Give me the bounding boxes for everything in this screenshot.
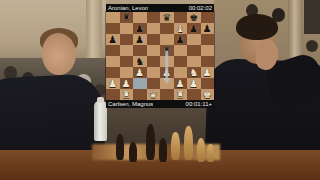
square-g6: [187, 34, 201, 45]
square-d7: [147, 23, 161, 34]
physical-piece-light: [184, 126, 193, 160]
square-a1: [106, 89, 120, 100]
square-a6: ♟: [106, 34, 120, 45]
square-b2: ♟: [120, 78, 134, 89]
square-f7: ♝: [174, 23, 188, 34]
piece-white-p-h3: ♟: [201, 67, 215, 78]
piece-black-k-g8: ♚: [187, 12, 201, 23]
piece-black-p-c6: ♟: [133, 34, 147, 45]
square-c8: [133, 12, 147, 23]
piece-black-p-f6: ♟: [174, 34, 188, 45]
square-d1: ♛: [147, 89, 161, 100]
square-c6: ♟: [133, 34, 147, 45]
square-c5: [133, 45, 147, 56]
square-a2: ♟: [106, 78, 120, 89]
player-left-head: [42, 33, 76, 75]
square-h6: [201, 34, 215, 45]
square-d4: [147, 56, 161, 67]
square-b8: ♜: [120, 12, 134, 23]
piece-black-p-h7: ♟: [201, 23, 215, 34]
top-player-clock: 00:02:02: [189, 4, 212, 12]
square-f1: ♜: [174, 89, 188, 100]
square-c2: [133, 78, 147, 89]
piece-white-r-b1: ♜: [120, 89, 134, 100]
square-f4: [174, 56, 188, 67]
physical-piece-light: [197, 138, 205, 162]
square-a3: [106, 67, 120, 78]
square-e3: ♟: [160, 67, 174, 78]
square-d6: [147, 34, 161, 45]
doorway: [304, 0, 320, 34]
video-frame: Aronian, Levon 00:02:02 ♜♛♚♟♝♟♟♟♟♟♜♞♟♟♞♟…: [0, 0, 320, 180]
physical-piece-dark: [116, 134, 124, 160]
piece-white-p-c3: ♟: [133, 67, 147, 78]
piece-black-p-g7: ♟: [187, 23, 201, 34]
bottom-player-bar: Carlsen, Magnus 00:01:11+: [106, 100, 214, 108]
square-e2: [160, 78, 174, 89]
piece-white-k-h1: ♚: [201, 89, 215, 100]
piece-white-q-d1: ♛: [147, 89, 161, 100]
top-player-name: Aronian, Levon: [108, 4, 148, 12]
piece-white-r-f1: ♜: [174, 89, 188, 100]
square-h5: [201, 45, 215, 56]
square-h2: [201, 78, 215, 89]
square-d2: [147, 78, 161, 89]
square-a4: [106, 56, 120, 67]
square-g2: ♟: [187, 78, 201, 89]
square-b5: [120, 45, 134, 56]
square-b6: [120, 34, 134, 45]
bottom-player-name: Carlsen, Magnus: [108, 100, 153, 108]
square-g3: ♞: [187, 67, 201, 78]
piece-white-p-f2: ♟: [174, 78, 188, 89]
square-f2: ♟: [174, 78, 188, 89]
piece-white-p-g2: ♟: [187, 78, 201, 89]
square-b7: [120, 23, 134, 34]
square-e8: ♛: [160, 12, 174, 23]
square-g8: ♚: [187, 12, 201, 23]
piece-white-p-e3: ♟: [160, 67, 174, 78]
physical-piece-dark: [129, 142, 137, 162]
square-f8: [174, 12, 188, 23]
top-player-bar: Aronian, Levon 00:02:02: [106, 4, 214, 12]
square-h8: [201, 12, 215, 23]
square-b3: [120, 67, 134, 78]
square-e1: [160, 89, 174, 100]
piece-white-n-g3: ♞: [187, 67, 201, 78]
bottom-player-clock: 00:01:11+: [186, 100, 212, 108]
square-g1: [187, 89, 201, 100]
physical-piece-dark: [146, 124, 155, 160]
square-g7: ♟: [187, 23, 201, 34]
square-a5: [106, 45, 120, 56]
water-bottle-cap: [97, 97, 104, 103]
square-e4: [160, 56, 174, 67]
player-right-hair: [236, 14, 278, 40]
square-a7: [106, 23, 120, 34]
square-d3: [147, 67, 161, 78]
square-g4: [187, 56, 201, 67]
square-c7: ♟: [133, 23, 147, 34]
physical-piece-light: [207, 144, 214, 162]
square-h3: ♟: [201, 67, 215, 78]
spectator-head: [306, 40, 318, 52]
square-g5: [187, 45, 201, 56]
square-c1: [133, 89, 147, 100]
square-c3: ♟: [133, 67, 147, 78]
piece-black-q-e8: ♛: [160, 12, 174, 23]
piece-black-n-c4: ♞: [133, 56, 147, 67]
square-d8: [147, 12, 161, 23]
piece-black-p-a6: ♟: [106, 34, 120, 45]
square-h1: ♚: [201, 89, 215, 100]
square-a8: [106, 12, 120, 23]
square-f3: [174, 67, 188, 78]
square-h4: [201, 56, 215, 67]
piece-black-r-b8: ♜: [120, 12, 134, 23]
square-f6: ♟: [174, 34, 188, 45]
piece-white-b-f7: ♝: [174, 23, 188, 34]
piece-black-r-e5: ♜: [160, 45, 174, 56]
piece-black-p-c7: ♟: [133, 23, 147, 34]
square-d5: [147, 45, 161, 56]
square-e6: [160, 34, 174, 45]
piece-white-p-a2: ♟: [106, 78, 120, 89]
square-b4: [120, 56, 134, 67]
square-c4: ♞: [133, 56, 147, 67]
piece-white-p-b2: ♟: [120, 78, 134, 89]
square-h7: ♟: [201, 23, 215, 34]
physical-piece-light: [171, 132, 180, 160]
square-e5: ♜: [160, 45, 174, 56]
chess-board-overlay: ♜♛♚♟♝♟♟♟♟♟♜♞♟♟♞♟♟♟♟♟♜♛♜♚: [106, 12, 214, 100]
physical-piece-dark: [159, 138, 167, 162]
square-f5: [174, 45, 188, 56]
square-e7: [160, 23, 174, 34]
square-b1: ♜: [120, 89, 134, 100]
